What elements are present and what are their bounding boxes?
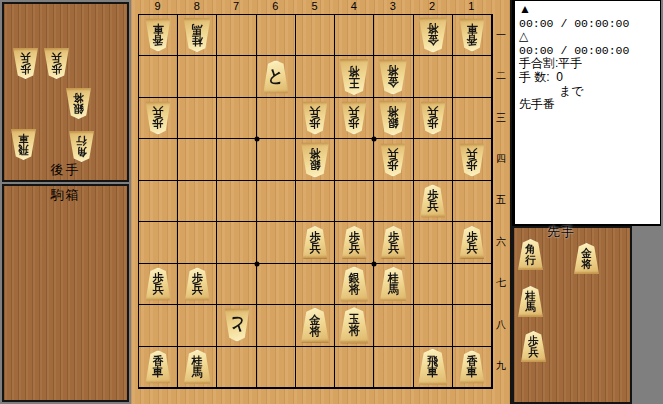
square-7-7[interactable]	[217, 264, 256, 305]
piece-kanji: 兵	[427, 107, 438, 119]
piece-kanji: 将	[309, 148, 320, 160]
square-6-6[interactable]	[257, 222, 296, 263]
sente-clock: 00:00 / 00:00:00	[519, 17, 660, 31]
piece-kanji: 行	[525, 254, 536, 265]
rank-label: 四	[493, 138, 509, 179]
square-2-1[interactable]: 金将	[414, 15, 453, 56]
sente-piece-stand[interactable]: 先手 角行金将桂馬歩兵	[512, 226, 632, 404]
piece-kanji: 将	[349, 65, 360, 77]
square-1-2[interactable]	[453, 56, 492, 97]
square-5-5[interactable]	[296, 181, 335, 222]
square-6-4[interactable]	[257, 139, 296, 180]
handicap-label: 手合割:平手	[519, 57, 660, 71]
gote-piece-stand[interactable]: 後手 歩兵歩兵銀将飛車角行	[2, 2, 129, 182]
square-6-9[interactable]	[257, 347, 296, 388]
square-5-2[interactable]	[296, 56, 335, 97]
square-4-8[interactable]: 玉将	[335, 305, 374, 346]
square-2-6[interactable]	[414, 222, 453, 263]
sente-pawn-87[interactable]: 歩兵	[185, 267, 210, 300]
square-8-5[interactable]	[178, 181, 217, 222]
square-5-3[interactable]: 歩兵	[296, 98, 335, 139]
square-6-3[interactable]	[257, 98, 296, 139]
piece-kanji: 馬	[525, 301, 536, 312]
square-4-2[interactable]: 王将	[335, 56, 374, 97]
rank-label: 九	[493, 346, 509, 387]
square-1-6[interactable]: 歩兵	[453, 222, 492, 263]
piece-kanji: 歩	[427, 118, 438, 130]
square-6-5[interactable]	[257, 181, 296, 222]
piece-box[interactable]: 駒箱	[2, 184, 129, 402]
piece-kanji: 角	[76, 146, 87, 157]
square-5-1[interactable]	[296, 15, 335, 56]
piece-kanji: 銀	[388, 118, 399, 130]
square-8-8[interactable]	[178, 305, 217, 346]
sente-gold-58[interactable]: 金将	[301, 308, 329, 343]
square-1-8[interactable]	[453, 305, 492, 346]
piece-kanji: 兵	[388, 148, 399, 160]
piece-kanji: 将	[349, 283, 360, 295]
piece-kanji: 車	[153, 24, 164, 36]
square-9-1[interactable]: 香車	[139, 15, 178, 56]
square-4-5[interactable]	[335, 181, 374, 222]
piece-kanji: 車	[427, 366, 438, 378]
square-4-1[interactable]	[335, 15, 374, 56]
board-panel: 987654321 一二三四五六七八九 香車桂馬金将香車と王将金将歩兵歩兵歩兵銀…	[131, 0, 512, 404]
square-1-9[interactable]: 香車	[453, 347, 492, 388]
piece-kanji: 将	[388, 107, 399, 119]
piece-kanji: 兵	[466, 242, 477, 254]
sente-lance-19[interactable]: 香車	[459, 350, 484, 383]
square-2-4[interactable]	[414, 139, 453, 180]
move-count-label: 手 数: 0	[519, 71, 660, 85]
sente-stand-label: 先手	[547, 223, 575, 241]
square-4-3[interactable]: 歩兵	[335, 98, 374, 139]
piece-kanji: 香	[466, 35, 477, 47]
square-1-3[interactable]	[453, 98, 492, 139]
square-7-2[interactable]	[217, 56, 256, 97]
square-7-3[interactable]	[217, 98, 256, 139]
rank-label: 七	[493, 263, 509, 304]
gote-pawn-53[interactable]: 歩兵	[302, 102, 327, 135]
shogi-app-window: 後手 歩兵歩兵銀将飛車角行 駒箱 987654321 一二三四五六七八九 香車桂…	[0, 0, 663, 404]
board-grid: 香車桂馬金将香車と王将金将歩兵歩兵歩兵銀将歩兵銀将歩兵歩兵歩兵歩兵歩兵歩兵歩兵歩…	[138, 14, 493, 389]
gote-hand-pawn[interactable]: 歩兵	[13, 48, 38, 79]
sente-tokin-62[interactable]: と	[263, 60, 288, 93]
file-label: 1	[452, 0, 491, 13]
file-labels: 987654321	[138, 0, 491, 13]
gote-hand-silver[interactable]: 銀将	[66, 88, 91, 119]
gote-knight-81[interactable]: 桂馬	[184, 18, 211, 52]
square-4-6[interactable]: 歩兵	[335, 222, 374, 263]
piece-kanji: 兵	[51, 53, 62, 64]
gote-lance-91[interactable]: 香車	[146, 19, 171, 52]
gote-hand-pawn[interactable]: 歩兵	[44, 48, 69, 79]
square-7-1[interactable]	[217, 15, 256, 56]
square-8-7[interactable]: 歩兵	[178, 264, 217, 305]
piece-kanji: 兵	[20, 53, 31, 64]
gote-gold-32[interactable]: 金将	[379, 59, 407, 94]
square-7-8[interactable]: と	[217, 305, 256, 346]
square-9-2[interactable]	[139, 56, 178, 97]
square-3-3[interactable]: 銀将	[374, 98, 413, 139]
rank-label: 一	[493, 14, 509, 55]
rank-label: 六	[493, 221, 509, 262]
sente-hand-gold[interactable]: 金将	[574, 243, 599, 274]
rank-label: 二	[493, 55, 509, 96]
square-8-6[interactable]	[178, 222, 217, 263]
turn-indicator: 先手番	[519, 98, 660, 112]
square-8-4[interactable]	[178, 139, 217, 180]
gote-hand-rook[interactable]: 飛車	[11, 129, 36, 160]
square-5-9[interactable]	[296, 347, 335, 388]
square-2-8[interactable]	[414, 305, 453, 346]
square-1-5[interactable]	[453, 181, 492, 222]
piece-kanji: 車	[153, 366, 164, 378]
file-label: 2	[413, 0, 452, 13]
piece-kanji: 兵	[153, 107, 164, 119]
piece-kanji: 歩	[51, 63, 62, 74]
piece-kanji: 歩	[20, 63, 31, 74]
square-8-3[interactable]	[178, 98, 217, 139]
piece-kanji: 兵	[309, 242, 320, 254]
piece-kanji: 金	[427, 35, 438, 47]
gote-pawn-34[interactable]: 歩兵	[381, 143, 406, 176]
sente-knight-89[interactable]: 桂馬	[184, 350, 211, 384]
square-9-4[interactable]	[139, 139, 178, 180]
piece-kanji: 馬	[192, 24, 203, 36]
sente-pawn-46[interactable]: 歩兵	[342, 226, 367, 259]
square-2-9[interactable]: 飛車	[414, 347, 453, 388]
square-6-1[interactable]	[257, 15, 296, 56]
file-label: 9	[138, 0, 177, 13]
sente-pawn-16[interactable]: 歩兵	[459, 226, 484, 259]
square-3-4[interactable]: 歩兵	[374, 139, 413, 180]
square-4-9[interactable]	[335, 347, 374, 388]
square-3-2[interactable]: 金将	[374, 56, 413, 97]
gote-pawn-43[interactable]: 歩兵	[342, 102, 367, 135]
piece-kanji: 将	[427, 24, 438, 36]
square-3-5[interactable]	[374, 181, 413, 222]
rank-label: 三	[493, 97, 509, 138]
square-1-4[interactable]: 歩兵	[453, 139, 492, 180]
sente-rook-29[interactable]: 飛車	[418, 349, 447, 385]
file-label: 5	[295, 0, 334, 13]
square-9-7[interactable]: 歩兵	[139, 264, 178, 305]
square-9-6[interactable]	[139, 222, 178, 263]
piece-kanji: 桂	[192, 35, 203, 47]
gote-clock: 00:00 / 00:00:00	[519, 44, 660, 58]
rank-label: 八	[493, 304, 509, 345]
piece-kanji: 兵	[153, 283, 164, 295]
piece-kanji: 兵	[309, 107, 320, 119]
piece-kanji: 行	[76, 136, 87, 147]
piece-kanji: 車	[466, 24, 477, 36]
piece-kanji: 兵	[528, 346, 539, 357]
square-4-7[interactable]: 銀将	[335, 264, 374, 305]
square-9-5[interactable]	[139, 181, 178, 222]
piece-kanji: 銀	[73, 103, 84, 114]
gote-hand-bishop[interactable]: 角行	[69, 131, 94, 162]
square-3-7[interactable]: 桂馬	[374, 264, 413, 305]
piece-kanji: 馬	[192, 366, 203, 378]
square-2-2[interactable]	[414, 56, 453, 97]
sente-silver-47[interactable]: 銀将	[340, 266, 368, 301]
piece-kanji: 兵	[427, 201, 438, 213]
gote-silver-54[interactable]: 銀将	[301, 142, 329, 177]
piece-kanji: 歩	[153, 118, 164, 130]
piece-kanji: と	[268, 68, 284, 85]
square-6-7[interactable]	[257, 264, 296, 305]
square-7-4[interactable]	[217, 139, 256, 180]
sente-pawn-97[interactable]: 歩兵	[146, 267, 171, 300]
square-5-4[interactable]: 銀将	[296, 139, 335, 180]
piece-kanji: 兵	[192, 283, 203, 295]
piece-kanji: 将	[388, 65, 399, 77]
piece-kanji: 兵	[349, 242, 360, 254]
sente-hand-bishop[interactable]: 角行	[518, 239, 543, 270]
piece-kanji: 車	[18, 134, 29, 145]
file-label: 3	[373, 0, 412, 13]
piece-kanji: と	[228, 317, 244, 334]
sente-knight-37[interactable]: 桂馬	[380, 267, 407, 301]
file-label: 4	[334, 0, 373, 13]
square-5-7[interactable]	[296, 264, 335, 305]
square-9-8[interactable]	[139, 305, 178, 346]
piece-kanji: 馬	[388, 283, 399, 295]
gote-pawn-23[interactable]: 歩兵	[420, 102, 445, 135]
piece-kanji: 将	[349, 325, 360, 337]
square-1-7[interactable]	[453, 264, 492, 305]
square-9-3[interactable]: 歩兵	[139, 98, 178, 139]
square-7-5[interactable]	[217, 181, 256, 222]
sente-lance-99[interactable]: 香車	[146, 350, 171, 383]
gote-lance-11[interactable]: 香車	[459, 19, 484, 52]
square-8-2[interactable]	[178, 56, 217, 97]
file-label: 8	[177, 0, 216, 13]
sente-pawn-25[interactable]: 歩兵	[420, 184, 445, 217]
sente-mark-icon: ▲	[519, 3, 660, 17]
gote-stand-label: 後手	[4, 161, 127, 179]
square-3-8[interactable]	[374, 305, 413, 346]
gote-silver-33[interactable]: 銀将	[379, 101, 407, 136]
square-2-7[interactable]	[414, 264, 453, 305]
square-7-6[interactable]	[217, 222, 256, 263]
piece-kanji: 歩	[309, 118, 320, 130]
square-6-2[interactable]: と	[257, 56, 296, 97]
square-3-6[interactable]: 歩兵	[374, 222, 413, 263]
piece-kanji: 飛	[18, 144, 29, 155]
sente-hand-pawn[interactable]: 歩兵	[521, 331, 546, 362]
square-4-4[interactable]	[335, 139, 374, 180]
gote-gold-21[interactable]: 金将	[419, 18, 447, 53]
piece-kanji: 将	[309, 325, 320, 337]
square-5-6[interactable]: 歩兵	[296, 222, 335, 263]
square-1-1[interactable]: 香車	[453, 15, 492, 56]
file-label: 7	[216, 0, 255, 13]
square-6-8[interactable]	[257, 305, 296, 346]
game-info-panel: ▲ 00:00 / 00:00:00 △ 00:00 / 00:00:00 手合…	[512, 0, 661, 226]
sente-pawn-56[interactable]: 歩兵	[302, 226, 327, 259]
square-8-1[interactable]: 桂馬	[178, 15, 217, 56]
rank-labels: 一二三四五六七八九	[493, 14, 509, 387]
square-5-8[interactable]: 金将	[296, 305, 335, 346]
square-3-1[interactable]	[374, 15, 413, 56]
square-2-5[interactable]: 歩兵	[414, 181, 453, 222]
sente-pawn-36[interactable]: 歩兵	[381, 226, 406, 259]
square-7-9[interactable]	[217, 347, 256, 388]
piece-kanji: 将	[73, 93, 84, 104]
gote-king-42[interactable]: 王将	[340, 59, 369, 95]
piece-kanji: 車	[466, 366, 477, 378]
file-label: 6	[256, 0, 295, 13]
gote-tokin-78[interactable]: と	[224, 309, 249, 342]
piece-kanji: 歩	[349, 118, 360, 130]
square-3-9[interactable]	[374, 347, 413, 388]
square-9-9[interactable]: 香車	[139, 347, 178, 388]
piece-box-label: 駒箱	[4, 186, 127, 204]
sente-hand-knight[interactable]: 桂馬	[518, 286, 543, 317]
piece-kanji: 兵	[349, 107, 360, 119]
rank-label: 五	[493, 180, 509, 221]
sente-king-48[interactable]: 玉将	[340, 307, 369, 343]
piece-kanji: 兵	[388, 242, 399, 254]
gote-mark-icon: △	[519, 30, 660, 44]
gote-pawn-93[interactable]: 歩兵	[146, 102, 171, 135]
made-label: まで	[519, 85, 660, 99]
piece-kanji: 兵	[466, 148, 477, 160]
square-8-9[interactable]: 桂馬	[178, 347, 217, 388]
piece-kanji: 香	[153, 35, 164, 47]
square-2-3[interactable]: 歩兵	[414, 98, 453, 139]
gote-pawn-14[interactable]: 歩兵	[459, 143, 484, 176]
piece-kanji: 将	[581, 258, 592, 269]
